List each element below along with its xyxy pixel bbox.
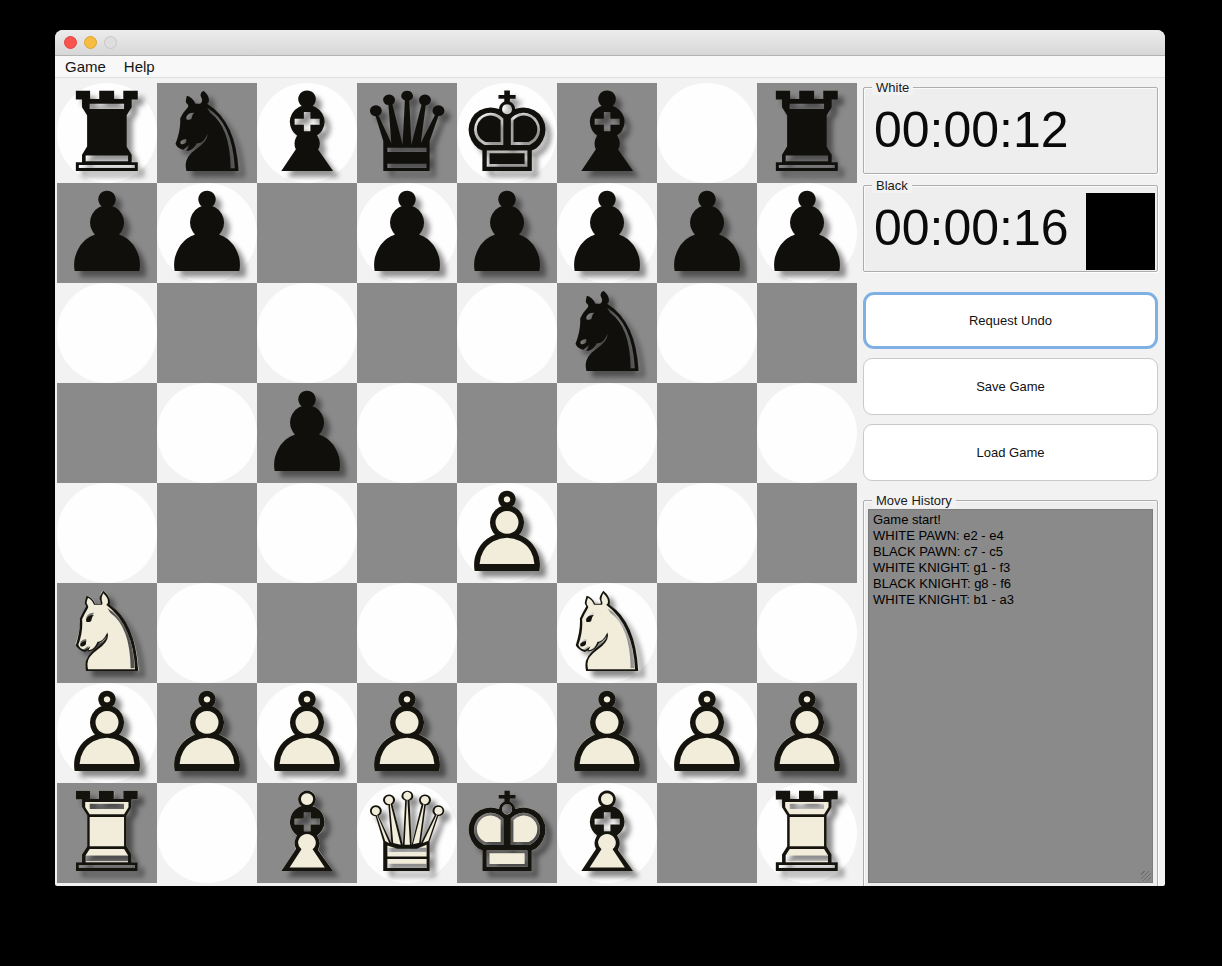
square-d7[interactable]: ♟ bbox=[357, 183, 457, 283]
resize-grip-icon[interactable] bbox=[1141, 871, 1151, 881]
square-g5[interactable] bbox=[657, 383, 757, 483]
square-b3[interactable] bbox=[157, 583, 257, 683]
piece-white-bishop[interactable]: ♝♗ bbox=[557, 783, 657, 883]
square-f6[interactable]: ♞ bbox=[557, 283, 657, 383]
piece-black-pawn[interactable]: ♟ bbox=[757, 183, 857, 283]
move-history-line: WHITE PAWN: e2 - e4 bbox=[873, 528, 1152, 544]
piece-white-knight[interactable]: ♞♘ bbox=[557, 583, 657, 683]
piece-white-pawn[interactable]: ♟♙ bbox=[757, 683, 857, 783]
desktop-background: Game Help ♜♞♝♛♚♝♜♟♟♟♟♟♟♟♞♟♟♙♞♘♞♘♟♙♟♙♟♙♟♙… bbox=[0, 0, 1222, 966]
square-c6[interactable] bbox=[257, 283, 357, 383]
square-b2[interactable]: ♟♙ bbox=[157, 683, 257, 783]
white-clock-panel: White 00:00:12 bbox=[863, 87, 1158, 174]
piece-white-pawn[interactable]: ♟♙ bbox=[657, 683, 757, 783]
white-clock-label: White bbox=[872, 80, 913, 95]
square-d6[interactable] bbox=[357, 283, 457, 383]
black-turn-indicator bbox=[1086, 193, 1155, 270]
square-e4[interactable]: ♟♙ bbox=[457, 483, 557, 583]
square-c1[interactable]: ♝♗ bbox=[257, 783, 357, 883]
square-e8[interactable]: ♚ bbox=[457, 83, 557, 183]
piece-black-pawn[interactable]: ♟ bbox=[57, 183, 157, 283]
piece-white-rook[interactable]: ♜♖ bbox=[757, 783, 857, 883]
square-c3[interactable] bbox=[257, 583, 357, 683]
square-c2[interactable]: ♟♙ bbox=[257, 683, 357, 783]
square-b4[interactable] bbox=[157, 483, 257, 583]
square-g2[interactable]: ♟♙ bbox=[657, 683, 757, 783]
piece-black-bishop[interactable]: ♝ bbox=[257, 83, 357, 183]
square-e3[interactable] bbox=[457, 583, 557, 683]
load-game-button[interactable]: Load Game bbox=[863, 424, 1158, 481]
move-history-line: Game start! bbox=[873, 512, 1152, 528]
square-c5[interactable]: ♟ bbox=[257, 383, 357, 483]
square-c7[interactable] bbox=[257, 183, 357, 283]
black-clock-time: 00:00:16 bbox=[864, 186, 1086, 271]
piece-white-bishop[interactable]: ♝♗ bbox=[257, 783, 357, 883]
square-a8[interactable]: ♜ bbox=[57, 83, 157, 183]
square-a7[interactable]: ♟ bbox=[57, 183, 157, 283]
piece-black-rook[interactable]: ♜ bbox=[757, 83, 857, 183]
square-d8[interactable]: ♛ bbox=[357, 83, 457, 183]
square-e7[interactable]: ♟ bbox=[457, 183, 557, 283]
piece-white-queen[interactable]: ♛♕ bbox=[357, 783, 457, 883]
save-game-button[interactable]: Save Game bbox=[863, 358, 1158, 415]
square-h1[interactable]: ♜♖ bbox=[757, 783, 857, 883]
square-a4[interactable] bbox=[57, 483, 157, 583]
side-panel: White 00:00:12 Black 00:00:16 Request Un… bbox=[863, 83, 1158, 886]
piece-white-pawn[interactable]: ♟♙ bbox=[157, 683, 257, 783]
square-a6[interactable] bbox=[57, 283, 157, 383]
square-a1[interactable]: ♜♖ bbox=[57, 783, 157, 883]
square-b7[interactable]: ♟ bbox=[157, 183, 257, 283]
square-d3[interactable] bbox=[357, 583, 457, 683]
square-g3[interactable] bbox=[657, 583, 757, 683]
piece-white-pawn[interactable]: ♟♙ bbox=[357, 683, 457, 783]
square-f3[interactable]: ♞♘ bbox=[557, 583, 657, 683]
square-a5[interactable] bbox=[57, 383, 157, 483]
piece-white-pawn[interactable]: ♟♙ bbox=[457, 483, 557, 583]
piece-white-king[interactable]: ♚♔ bbox=[457, 783, 557, 883]
square-c4[interactable] bbox=[257, 483, 357, 583]
black-clock-label: Black bbox=[872, 178, 912, 193]
square-a2[interactable]: ♟♙ bbox=[57, 683, 157, 783]
square-b8[interactable]: ♞ bbox=[157, 83, 257, 183]
piece-black-pawn[interactable]: ♟ bbox=[357, 183, 457, 283]
square-e2[interactable] bbox=[457, 683, 557, 783]
square-h4[interactable] bbox=[757, 483, 857, 583]
piece-black-knight[interactable]: ♞ bbox=[157, 83, 257, 183]
zoom-button-icon[interactable] bbox=[104, 36, 117, 49]
square-h6[interactable] bbox=[757, 283, 857, 383]
request-undo-button[interactable]: Request Undo bbox=[863, 292, 1158, 349]
square-e1[interactable]: ♚♔ bbox=[457, 783, 557, 883]
black-clock-panel: Black 00:00:16 bbox=[863, 185, 1158, 272]
square-h3[interactable] bbox=[757, 583, 857, 683]
move-history-line: BLACK PAWN: c7 - c5 bbox=[873, 544, 1152, 560]
square-h8[interactable]: ♜ bbox=[757, 83, 857, 183]
piece-black-pawn[interactable]: ♟ bbox=[557, 183, 657, 283]
move-history-line: WHITE KNIGHT: g1 - f3 bbox=[873, 560, 1152, 576]
square-g8[interactable] bbox=[657, 83, 757, 183]
square-b5[interactable] bbox=[157, 383, 257, 483]
chess-app-window: Game Help ♜♞♝♛♚♝♜♟♟♟♟♟♟♟♞♟♟♙♞♘♞♘♟♙♟♙♟♙♟♙… bbox=[55, 30, 1165, 886]
piece-black-queen[interactable]: ♛ bbox=[357, 83, 457, 183]
piece-black-pawn[interactable]: ♟ bbox=[657, 183, 757, 283]
square-b6[interactable] bbox=[157, 283, 257, 383]
square-b1[interactable] bbox=[157, 783, 257, 883]
piece-black-pawn[interactable]: ♟ bbox=[157, 183, 257, 283]
piece-black-king[interactable]: ♚ bbox=[457, 83, 557, 183]
square-g7[interactable]: ♟ bbox=[657, 183, 757, 283]
square-h2[interactable]: ♟♙ bbox=[757, 683, 857, 783]
square-f4[interactable] bbox=[557, 483, 657, 583]
square-e6[interactable] bbox=[457, 283, 557, 383]
square-g6[interactable] bbox=[657, 283, 757, 383]
square-d5[interactable] bbox=[357, 383, 457, 483]
move-history-text-area[interactable]: Game start! WHITE PAWN: e2 - e4 BLACK PA… bbox=[868, 509, 1153, 883]
title-bar[interactable] bbox=[55, 30, 1165, 56]
move-history-title: Move History bbox=[872, 493, 956, 508]
close-button-icon[interactable] bbox=[64, 36, 77, 49]
square-g4[interactable] bbox=[657, 483, 757, 583]
move-history-line: WHITE KNIGHT: b1 - a3 bbox=[873, 592, 1152, 608]
move-history-panel: Move History Game start! WHITE PAWN: e2 … bbox=[863, 500, 1158, 886]
square-d1[interactable]: ♛♕ bbox=[357, 783, 457, 883]
piece-black-pawn[interactable]: ♟ bbox=[457, 183, 557, 283]
piece-white-rook[interactable]: ♜♖ bbox=[57, 783, 157, 883]
chess-board[interactable]: ♜♞♝♛♚♝♜♟♟♟♟♟♟♟♞♟♟♙♞♘♞♘♟♙♟♙♟♙♟♙♟♙♟♙♟♙♜♖♝♗… bbox=[57, 83, 857, 883]
square-f8[interactable]: ♝ bbox=[557, 83, 657, 183]
piece-black-pawn[interactable]: ♟ bbox=[257, 383, 357, 483]
square-f7[interactable]: ♟ bbox=[557, 183, 657, 283]
white-clock-time: 00:00:12 bbox=[864, 88, 1157, 173]
piece-black-rook[interactable]: ♜ bbox=[57, 83, 157, 183]
square-g1[interactable] bbox=[657, 783, 757, 883]
square-d4[interactable] bbox=[357, 483, 457, 583]
main-content: ♜♞♝♛♚♝♜♟♟♟♟♟♟♟♞♟♟♙♞♘♞♘♟♙♟♙♟♙♟♙♟♙♟♙♟♙♜♖♝♗… bbox=[55, 78, 1165, 886]
minimize-button-icon[interactable] bbox=[84, 36, 97, 49]
piece-black-bishop[interactable]: ♝ bbox=[557, 83, 657, 183]
square-d2[interactable]: ♟♙ bbox=[357, 683, 457, 783]
square-f2[interactable]: ♟♙ bbox=[557, 683, 657, 783]
square-e5[interactable] bbox=[457, 383, 557, 483]
square-h5[interactable] bbox=[757, 383, 857, 483]
piece-white-pawn[interactable]: ♟♙ bbox=[257, 683, 357, 783]
piece-black-knight[interactable]: ♞ bbox=[557, 283, 657, 383]
square-a3[interactable]: ♞♘ bbox=[57, 583, 157, 683]
move-history-line: BLACK KNIGHT: g8 - f6 bbox=[873, 576, 1152, 592]
square-f1[interactable]: ♝♗ bbox=[557, 783, 657, 883]
piece-white-pawn[interactable]: ♟♙ bbox=[557, 683, 657, 783]
square-f5[interactable] bbox=[557, 383, 657, 483]
square-h7[interactable]: ♟ bbox=[757, 183, 857, 283]
piece-white-knight[interactable]: ♞♘ bbox=[57, 583, 157, 683]
square-c8[interactable]: ♝ bbox=[257, 83, 357, 183]
piece-white-pawn[interactable]: ♟♙ bbox=[57, 683, 157, 783]
